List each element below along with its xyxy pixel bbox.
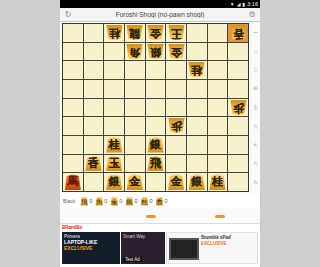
board-square-r5c3[interactable] — [104, 99, 124, 117]
board-square-r6c2[interactable] — [84, 117, 104, 135]
piece-sente-飛[interactable]: 飛 — [147, 156, 164, 172]
hand-piece-glyph: 飛 — [80, 197, 88, 206]
board-square-r4c3[interactable] — [104, 80, 124, 98]
board-square-r4c2[interactable] — [84, 80, 104, 98]
status-bar: ▼ ◢ ▮ 3:16 — [60, 0, 260, 8]
laptop-image — [169, 238, 199, 260]
move-back-button[interactable] — [146, 215, 156, 218]
rank-label-5: 五 — [251, 98, 260, 117]
ad-left-panel[interactable]: Primera LAPTOP-LIKE EXCLUSIVE — [62, 232, 120, 264]
app-bar: ↻ Furoshi Shogi (no-pawn shogi) ⚙ — [60, 8, 260, 22]
piece-gote-香[interactable]: 香 — [230, 25, 247, 41]
rank-label-6: 六 — [251, 117, 260, 136]
piece-gote-桂[interactable]: 桂 — [106, 25, 123, 41]
rank-labels: 一二三四五六七八九 — [251, 23, 260, 192]
board-square-r7c4[interactable] — [125, 136, 145, 154]
rank-label-7: 七 — [251, 136, 260, 155]
board-square-r7c6[interactable] — [166, 136, 186, 154]
piece-sente-桂[interactable]: 桂 — [106, 137, 123, 153]
board-square-r6c3[interactable] — [104, 117, 124, 135]
board-square-r1c2[interactable] — [84, 24, 104, 42]
hand-piece-glyph: 角 — [95, 197, 103, 206]
hand-piece-飛[interactable]: 飛0 — [80, 197, 92, 206]
board-square-r7c7[interactable] — [187, 136, 207, 154]
piece-gote-金[interactable]: 金 — [147, 25, 164, 41]
board-square-r5c1[interactable] — [63, 99, 83, 117]
app-title: Furoshi Shogi (no-pawn shogi) — [73, 11, 247, 18]
board-square-r8c6[interactable] — [166, 155, 186, 173]
board-square-r5c8[interactable] — [208, 99, 228, 117]
board-square-r3c5[interactable] — [146, 61, 166, 79]
hand-piece-glyph: 金 — [110, 197, 118, 206]
hand-piece-glyph: 桂 — [140, 197, 148, 206]
hand-piece-香[interactable]: 香0 — [156, 197, 168, 206]
board-square-r7c9[interactable] — [228, 136, 248, 154]
board-square-r9c4[interactable]: 金 — [125, 173, 145, 191]
board-square-r8c9[interactable] — [228, 155, 248, 173]
ad-body[interactable]: Primera LAPTOP-LIKE EXCLUSIVE Smart Way … — [62, 232, 258, 264]
board-square-r8c4[interactable] — [125, 155, 145, 173]
board-square-r1c4[interactable]: 龍 — [125, 24, 145, 42]
board-square-r2c7[interactable] — [187, 43, 207, 61]
board-square-r2c6[interactable]: 金 — [166, 43, 186, 61]
rank-label-4: 四 — [251, 79, 260, 98]
piece-sente-金[interactable]: 金 — [168, 174, 185, 190]
piece-gote-銀[interactable]: 銀 — [147, 44, 164, 60]
board-square-r6c5[interactable] — [146, 117, 166, 135]
piece-gote-龍[interactable]: 龍 — [126, 25, 143, 41]
clock-text: 3:16 — [247, 1, 258, 7]
signal-icon: ◢ — [237, 1, 241, 7]
board-square-r4c7[interactable] — [187, 80, 207, 98]
piece-sente-玉[interactable]: 玉 — [106, 156, 123, 172]
board-square-r9c8[interactable]: 桂 — [208, 173, 228, 191]
board-square-r1c8[interactable] — [208, 24, 228, 42]
board-square-r3c1[interactable] — [63, 61, 83, 79]
hand-piece-count: 0 — [89, 198, 92, 204]
board-square-r6c9[interactable] — [228, 117, 248, 135]
undo-icon[interactable]: ↻ — [63, 10, 73, 20]
board-square-r1c5[interactable]: 金 — [146, 24, 166, 42]
board-square-r4c5[interactable] — [146, 80, 166, 98]
board-square-r3c9[interactable] — [228, 61, 248, 79]
rank-label-9: 九 — [251, 173, 260, 192]
piece-sente-銀[interactable]: 銀 — [106, 174, 123, 190]
board-square-r7c5[interactable]: 銀 — [146, 136, 166, 154]
board-square-r2c3[interactable] — [104, 43, 124, 61]
board-square-r9c3[interactable]: 銀 — [104, 173, 124, 191]
board-square-r3c3[interactable] — [104, 61, 124, 79]
board-square-r8c8[interactable] — [208, 155, 228, 173]
hand-piece-角[interactable]: 角0 — [95, 197, 107, 206]
hand-piece-銀[interactable]: 銀0 — [125, 197, 137, 206]
board-square-r4c8[interactable] — [208, 80, 228, 98]
ad-mid-panel[interactable]: Smart Way Test Ad — [121, 232, 165, 264]
board-square-r6c6[interactable]: 歩 — [166, 117, 186, 135]
board-square-r5c5[interactable] — [146, 99, 166, 117]
board-square-r3c8[interactable] — [208, 61, 228, 79]
piece-gote-角[interactable]: 角 — [126, 44, 143, 60]
board-square-r9c7[interactable]: 銀 — [187, 173, 207, 191]
test-ad-badge: Test Ad — [123, 257, 142, 262]
board-square-r1c7[interactable] — [187, 24, 207, 42]
battery-icon: ▮ — [243, 1, 246, 7]
hand-piece-count: 0 — [149, 198, 152, 204]
board-square-r4c4[interactable] — [125, 80, 145, 98]
board-square-r2c9[interactable] — [228, 43, 248, 61]
piece-gote-歩[interactable]: 歩 — [168, 118, 185, 134]
shogi-board: 桂龍金王香角銀金桂歩歩桂銀香玉飛馬銀金金銀桂 — [62, 23, 249, 192]
board-square-r8c7[interactable] — [187, 155, 207, 173]
rank-label-8: 八 — [251, 154, 260, 173]
ad-banner[interactable]: BRandBo Primera LAPTOP-LIKE EXCLUSIVE Sm… — [60, 223, 260, 267]
ad-right-panel[interactable]: Stumble xPad EXCLUSIVE — [166, 232, 258, 264]
board-square-r4c9[interactable] — [228, 80, 248, 98]
board-square-r7c8[interactable] — [208, 136, 228, 154]
hand-piece-count: 0 — [104, 198, 107, 204]
board-square-r9c1[interactable]: 馬 — [63, 173, 83, 191]
piece-sente-香[interactable]: 香 — [85, 156, 102, 172]
piece-gote-桂[interactable]: 桂 — [188, 62, 205, 78]
rank-label-2: 二 — [251, 42, 260, 61]
hand-piece-count: 0 — [134, 198, 137, 204]
piece-gote-歩[interactable]: 歩 — [230, 100, 247, 116]
hand-owner-label: Black — [63, 198, 75, 204]
ad-left-line3: EXCLUSIVE — [64, 245, 118, 251]
settings-gear-icon[interactable]: ⚙ — [247, 10, 257, 20]
rank-label-1: 一 — [251, 23, 260, 42]
hand-piece-glyph: 銀 — [125, 197, 133, 206]
hand-piece-金[interactable]: 金0 — [110, 197, 122, 206]
board-square-r2c8[interactable] — [208, 43, 228, 61]
ad-network-label: BRandBo — [62, 225, 83, 230]
board-square-r9c5[interactable] — [146, 173, 166, 191]
piece-sente-銀[interactable]: 銀 — [147, 137, 164, 153]
wifi-icon: ▼ — [230, 1, 235, 7]
ad-mid-line1: Smart Way — [123, 234, 163, 239]
piece-sente-金[interactable]: 金 — [126, 174, 143, 190]
board-square-r3c6[interactable] — [166, 61, 186, 79]
board-square-r2c2[interactable] — [84, 43, 104, 61]
board-square-r5c9[interactable]: 歩 — [228, 99, 248, 117]
board-square-r3c2[interactable] — [84, 61, 104, 79]
board-square-r2c5[interactable]: 銀 — [146, 43, 166, 61]
board-square-r3c4[interactable] — [125, 61, 145, 79]
piece-sente-銀[interactable]: 銀 — [188, 174, 205, 190]
board-square-r4c6[interactable] — [166, 80, 186, 98]
ad-right-line2: EXCLUSIVE — [201, 241, 231, 246]
app-screen: ▼ ◢ ▮ 3:16 ↻ Furoshi Shogi (no-pawn shog… — [60, 0, 260, 267]
board-square-r6c8[interactable] — [208, 117, 228, 135]
board-square-r6c7[interactable] — [187, 117, 207, 135]
piece-gote-金[interactable]: 金 — [168, 44, 185, 60]
board-square-r7c1[interactable] — [63, 136, 83, 154]
board-square-r6c1[interactable] — [63, 117, 83, 135]
board-square-r2c4[interactable]: 角 — [125, 43, 145, 61]
board-square-r3c7[interactable]: 桂 — [187, 61, 207, 79]
board-square-r8c5[interactable]: 飛 — [146, 155, 166, 173]
piece-gote-王[interactable]: 王 — [168, 25, 185, 41]
piece-sente-馬[interactable]: 馬 — [64, 174, 81, 190]
captured-pieces-tray: Black 飛0角0金0銀0桂0香0 — [60, 194, 260, 208]
board-square-r5c4[interactable] — [125, 99, 145, 117]
board-square-r5c2[interactable] — [84, 99, 104, 117]
board-square-r7c3[interactable]: 桂 — [104, 136, 124, 154]
board-square-r1c9[interactable]: 香 — [228, 24, 248, 42]
board-square-r2c1[interactable] — [63, 43, 83, 61]
hand-piece-count: 0 — [165, 198, 168, 204]
hand-piece-count: 0 — [119, 198, 122, 204]
board-square-r9c9[interactable] — [228, 173, 248, 191]
board-square-r9c6[interactable]: 金 — [166, 173, 186, 191]
board-square-r8c2[interactable]: 香 — [84, 155, 104, 173]
rank-label-3: 三 — [251, 61, 260, 80]
board-square-r1c6[interactable]: 王 — [166, 24, 186, 42]
move-forward-button[interactable] — [215, 215, 225, 218]
board-square-r5c7[interactable] — [187, 99, 207, 117]
hand-piece-glyph: 香 — [156, 197, 164, 206]
board-square-r6c4[interactable] — [125, 117, 145, 135]
board-square-r8c3[interactable]: 玉 — [104, 155, 124, 173]
ad-right-line1: Stumble xPad — [201, 235, 231, 240]
board-square-r5c6[interactable] — [166, 99, 186, 117]
board-square-r9c2[interactable] — [84, 173, 104, 191]
hand-piece-桂[interactable]: 桂0 — [140, 197, 152, 206]
board-square-r4c1[interactable] — [63, 80, 83, 98]
board-zone: 桂龍金王香角銀金桂歩歩桂銀香玉飛馬銀金金銀桂 一二三四五六七八九 — [60, 22, 260, 194]
board-square-r1c1[interactable] — [63, 24, 83, 42]
board-square-r8c1[interactable] — [63, 155, 83, 173]
piece-sente-桂[interactable]: 桂 — [209, 174, 226, 190]
board-square-r1c3[interactable]: 桂 — [104, 24, 124, 42]
board-square-r7c2[interactable] — [84, 136, 104, 154]
